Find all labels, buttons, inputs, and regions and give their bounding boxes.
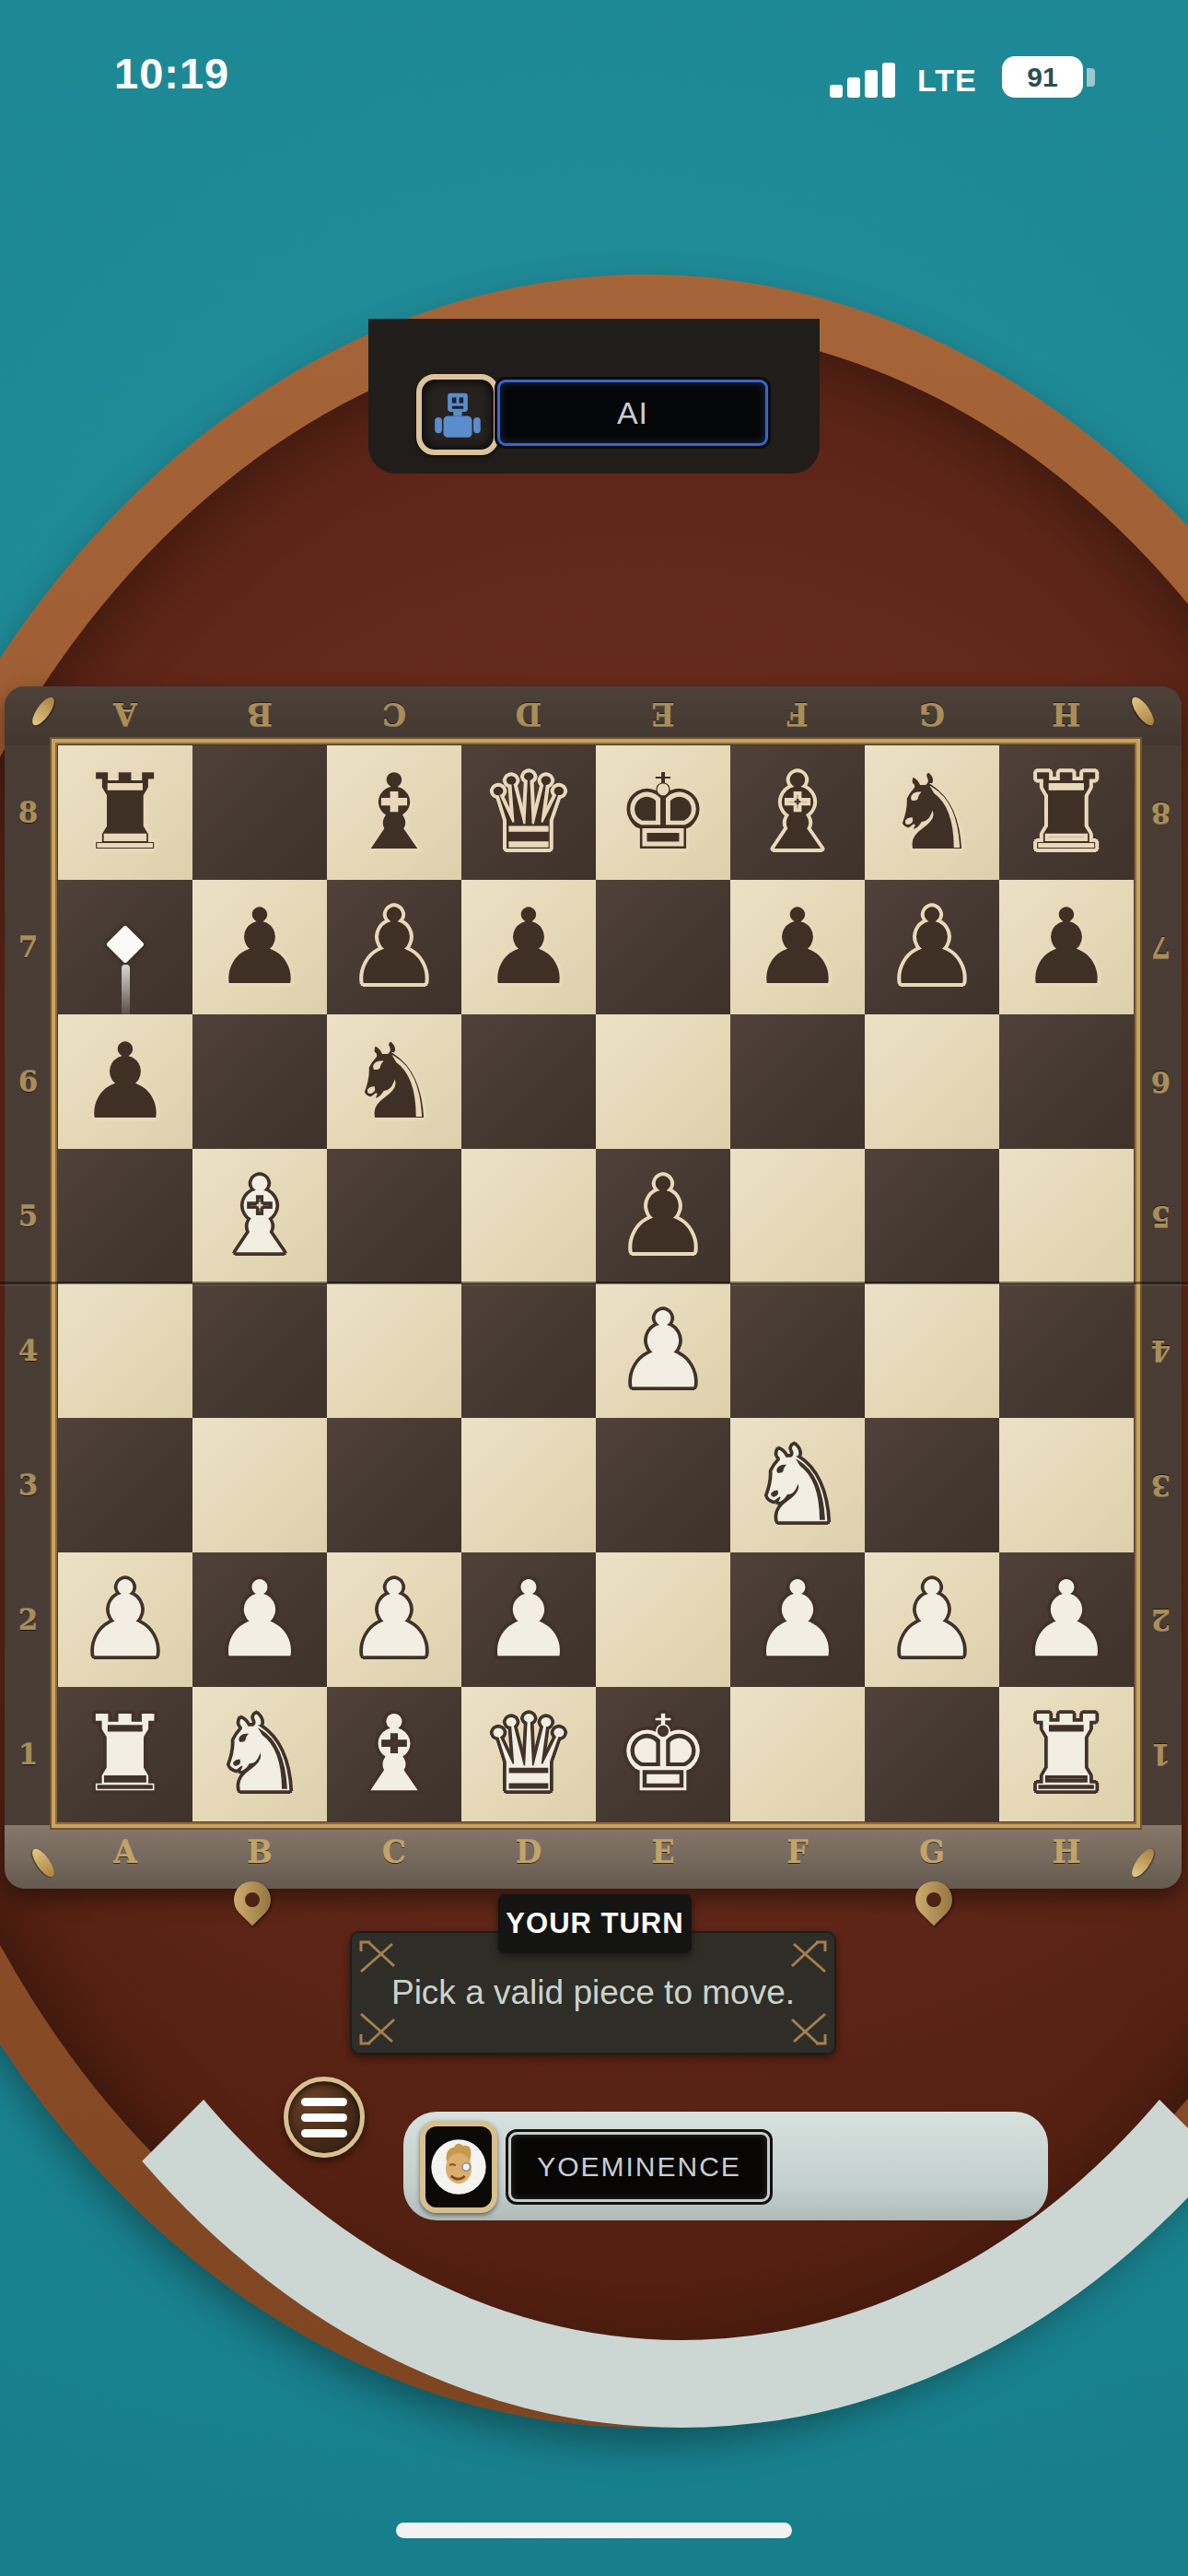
player-nameplate: YOEMINENCE xyxy=(508,2132,770,2202)
coordinate-label: 3 xyxy=(5,1418,52,1552)
coordinate-label: 8 xyxy=(1140,745,1182,880)
hamburger-menu-icon xyxy=(301,2098,347,2106)
player-name: YOEMINENCE xyxy=(537,2151,741,2183)
player-avatar[interactable] xyxy=(420,2121,497,2213)
square-d4[interactable] xyxy=(461,1283,596,1418)
piece-white-pawn[interactable]: ♟ xyxy=(461,1552,596,1687)
square-g3[interactable] xyxy=(865,1418,999,1552)
coordinate-label: G xyxy=(865,1834,999,1870)
coordinate-label: H xyxy=(999,1834,1134,1870)
square-f3[interactable]: ♞ xyxy=(730,1418,865,1552)
coordinate-label: E xyxy=(596,1834,730,1870)
flourish-icon xyxy=(786,2005,829,2047)
battery-percent: 91 xyxy=(1027,62,1057,93)
network-type-label: LTE xyxy=(917,63,977,99)
square-f8[interactable]: ♝ xyxy=(730,745,865,880)
coordinate-label: 6 xyxy=(5,1014,52,1149)
coordinate-label: C xyxy=(327,696,461,732)
square-g7[interactable]: ♟ xyxy=(865,880,999,1014)
piece-white-bishop[interactable]: ♝ xyxy=(192,1149,327,1283)
square-f2[interactable]: ♟ xyxy=(730,1552,865,1687)
coordinate-label: A xyxy=(58,696,192,732)
square-c5[interactable] xyxy=(327,1149,461,1283)
piece-white-bishop[interactable]: ♝ xyxy=(327,1687,461,1821)
piece-black-pawn[interactable]: ♟ xyxy=(461,880,596,1014)
coordinate-label: A xyxy=(58,1834,192,1870)
piece-white-pawn[interactable]: ♟ xyxy=(730,1552,865,1687)
square-e8[interactable]: ♚ xyxy=(596,745,730,880)
piece-black-bishop[interactable]: ♝ xyxy=(327,745,461,880)
coordinate-label: 7 xyxy=(5,880,52,1014)
coordinate-label: 5 xyxy=(5,1149,52,1283)
coordinate-label: F xyxy=(730,696,865,732)
status-time: 10:19 xyxy=(114,48,229,99)
square-b2[interactable]: ♟ xyxy=(192,1552,327,1687)
square-a7[interactable] xyxy=(58,880,192,1014)
square-f5[interactable] xyxy=(730,1149,865,1283)
battery-icon: 91 xyxy=(1002,56,1083,98)
square-h2[interactable]: ♟ xyxy=(999,1552,1134,1687)
square-e6[interactable] xyxy=(596,1014,730,1149)
flourish-icon xyxy=(357,2005,400,2047)
piece-black-bishop[interactable]: ♝ xyxy=(730,745,865,880)
square-e3[interactable] xyxy=(596,1418,730,1552)
square-b6[interactable] xyxy=(192,1014,327,1149)
cellular-signal-icon xyxy=(830,61,903,98)
piece-white-knight[interactable]: ♞ xyxy=(192,1687,327,1821)
square-c7[interactable]: ♟ xyxy=(327,880,461,1014)
coordinate-label: H xyxy=(999,696,1134,732)
file-labels-bottom: ABCDEFGH xyxy=(58,1834,1134,1870)
menu-button[interactable] xyxy=(284,2077,365,2158)
piece-black-knight[interactable]: ♞ xyxy=(865,745,999,880)
last-move-marker xyxy=(106,925,145,964)
coordinate-label: F xyxy=(730,1834,865,1870)
square-f7[interactable]: ♟ xyxy=(730,880,865,1014)
coordinate-label: G xyxy=(865,696,999,732)
square-g5[interactable] xyxy=(865,1149,999,1283)
square-c1[interactable]: ♝ xyxy=(327,1687,461,1821)
coordinate-label: B xyxy=(192,696,327,732)
square-b8[interactable] xyxy=(192,745,327,880)
piece-black-pawn[interactable]: ♟ xyxy=(58,1014,192,1149)
square-g1[interactable] xyxy=(865,1687,999,1821)
square-c3[interactable] xyxy=(327,1418,461,1552)
coordinate-label: 6 xyxy=(1140,1014,1182,1149)
piece-white-pawn[interactable]: ♟ xyxy=(327,1552,461,1687)
square-a5[interactable] xyxy=(58,1149,192,1283)
square-d1[interactable]: ♛ xyxy=(461,1687,596,1821)
square-b7[interactable]: ♟ xyxy=(192,880,327,1014)
turn-banner: YOUR TURN xyxy=(498,1894,692,1953)
piece-black-king[interactable]: ♚ xyxy=(596,745,730,880)
square-h5[interactable] xyxy=(999,1149,1134,1283)
coordinate-label: 4 xyxy=(1140,1283,1182,1418)
square-e5[interactable]: ♟ xyxy=(596,1149,730,1283)
square-a1[interactable]: ♜ xyxy=(58,1687,192,1821)
square-f1[interactable] xyxy=(730,1687,865,1821)
square-h6[interactable] xyxy=(999,1014,1134,1149)
square-a3[interactable] xyxy=(58,1418,192,1552)
piece-white-pawn[interactable]: ♟ xyxy=(596,1283,730,1418)
square-d8[interactable]: ♛ xyxy=(461,745,596,880)
square-b3[interactable] xyxy=(192,1418,327,1552)
square-h4[interactable] xyxy=(999,1283,1134,1418)
piece-black-pawn[interactable]: ♟ xyxy=(327,880,461,1014)
coordinate-label: 4 xyxy=(5,1283,52,1418)
battery-nub xyxy=(1087,68,1095,87)
piece-white-pawn[interactable]: ♟ xyxy=(865,1552,999,1687)
coordinate-label: B xyxy=(192,1834,327,1870)
square-a8[interactable]: ♜ xyxy=(58,745,192,880)
file-labels-top: ABCDEFGH xyxy=(58,696,1134,732)
square-d3[interactable] xyxy=(461,1418,596,1552)
coordinate-label: D xyxy=(461,696,596,732)
coordinate-label: 1 xyxy=(5,1687,52,1821)
coordinate-label: C xyxy=(327,1834,461,1870)
square-c4[interactable] xyxy=(327,1283,461,1418)
piece-white-rook[interactable]: ♜ xyxy=(58,1687,192,1821)
opponent-avatar[interactable] xyxy=(416,374,499,455)
flourish-icon xyxy=(786,1938,829,1981)
piece-black-pawn[interactable]: ♟ xyxy=(730,880,865,1014)
coordinate-label: E xyxy=(596,696,730,732)
robot-icon xyxy=(429,386,486,443)
coordinate-label: 2 xyxy=(1140,1552,1182,1687)
piece-white-pawn[interactable]: ♟ xyxy=(192,1552,327,1687)
square-d5[interactable] xyxy=(461,1149,596,1283)
square-c8[interactable]: ♝ xyxy=(327,745,461,880)
square-c2[interactable]: ♟ xyxy=(327,1552,461,1687)
square-b5[interactable]: ♝ xyxy=(192,1149,327,1283)
piece-white-pawn[interactable]: ♟ xyxy=(999,1552,1134,1687)
square-h7[interactable]: ♟ xyxy=(999,880,1134,1014)
square-e4[interactable]: ♟ xyxy=(596,1283,730,1418)
square-e7[interactable] xyxy=(596,880,730,1014)
piece-black-rook[interactable]: ♜ xyxy=(58,745,192,880)
piece-black-queen[interactable]: ♛ xyxy=(461,745,596,880)
piece-white-king[interactable]: ♚ xyxy=(596,1687,730,1821)
square-g4[interactable] xyxy=(865,1283,999,1418)
square-a4[interactable] xyxy=(58,1283,192,1418)
opponent-nameplate: AI xyxy=(497,380,768,446)
coordinate-label: 3 xyxy=(1140,1418,1182,1552)
square-h3[interactable] xyxy=(999,1418,1134,1552)
square-g2[interactable]: ♟ xyxy=(865,1552,999,1687)
piece-white-queen[interactable]: ♛ xyxy=(461,1687,596,1821)
square-e1[interactable]: ♚ xyxy=(596,1687,730,1821)
square-h1[interactable]: ♜ xyxy=(999,1687,1134,1821)
square-e2[interactable] xyxy=(596,1552,730,1687)
piece-white-knight[interactable]: ♞ xyxy=(730,1418,865,1552)
turn-banner-text: YOUR TURN xyxy=(506,1907,683,1940)
coordinate-label: 5 xyxy=(1140,1149,1182,1283)
square-b4[interactable] xyxy=(192,1283,327,1418)
square-b1[interactable]: ♞ xyxy=(192,1687,327,1821)
piece-black-pawn[interactable]: ♟ xyxy=(192,880,327,1014)
opponent-name: AI xyxy=(617,395,648,431)
coordinate-label: D xyxy=(461,1834,596,1870)
piece-black-pawn[interactable]: ♟ xyxy=(999,880,1134,1014)
square-f6[interactable] xyxy=(730,1014,865,1149)
piece-black-pawn[interactable]: ♟ xyxy=(596,1149,730,1283)
piece-white-rook[interactable]: ♜ xyxy=(999,1687,1134,1821)
square-c6[interactable]: ♞ xyxy=(327,1014,461,1149)
square-f4[interactable] xyxy=(730,1283,865,1418)
square-g8[interactable]: ♞ xyxy=(865,745,999,880)
person-avatar-icon xyxy=(428,2137,489,2197)
chess-board-frame: ♜♝♛♚♝♞♜♟♟♟♟♟♟♟♞♝♟♟♞♟♟♟♟♟♟♟♜♞♝♛♚♜ ABCDEFG… xyxy=(5,686,1182,1889)
piece-black-pawn[interactable]: ♟ xyxy=(865,880,999,1014)
hint-message: Pick a valid piece to move. xyxy=(391,1973,795,2012)
square-d2[interactable]: ♟ xyxy=(461,1552,596,1687)
square-a2[interactable]: ♟ xyxy=(58,1552,192,1687)
piece-black-knight[interactable]: ♞ xyxy=(327,1014,461,1149)
square-h8[interactable]: ♜ xyxy=(999,745,1134,880)
piece-black-rook[interactable]: ♜ xyxy=(999,745,1134,880)
square-d7[interactable]: ♟ xyxy=(461,880,596,1014)
coordinate-label: 2 xyxy=(5,1552,52,1687)
piece-white-pawn[interactable]: ♟ xyxy=(58,1552,192,1687)
coordinate-label: 8 xyxy=(5,745,52,880)
home-indicator[interactable] xyxy=(396,2523,792,2538)
flourish-icon xyxy=(357,1938,400,1981)
square-a6[interactable]: ♟ xyxy=(58,1014,192,1149)
coordinate-label: 1 xyxy=(1140,1687,1182,1821)
coordinate-label: 7 xyxy=(1140,880,1182,1014)
table-fold-seam xyxy=(0,1282,1188,1284)
square-d6[interactable] xyxy=(461,1014,596,1149)
square-g6[interactable] xyxy=(865,1014,999,1149)
